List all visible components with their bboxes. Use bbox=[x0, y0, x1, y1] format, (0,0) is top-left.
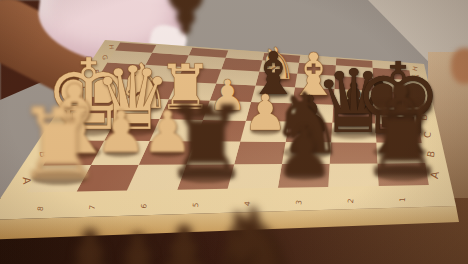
piece-shadow bbox=[375, 166, 430, 181]
piece-shadow bbox=[108, 122, 157, 135]
piece-shadow bbox=[342, 111, 366, 117]
chess-pieces-layer: ♜♝♚♟♛♞♟♜♟♜♟♝♞♟♞♟♝♛♟♜♝♚♟♟♟♞♟ bbox=[0, 0, 468, 264]
piece-shadow bbox=[179, 169, 234, 184]
floating-lifted-piece: ♟ bbox=[158, 0, 214, 40]
piece-shadow bbox=[257, 89, 290, 98]
piece-shadow bbox=[297, 91, 330, 100]
captured-black-pawn-1: ♟ bbox=[47, 219, 133, 264]
piece-shadow bbox=[32, 171, 87, 186]
piece-shadow bbox=[286, 170, 323, 180]
captured-black-knight-4: ♞ bbox=[200, 193, 312, 264]
piece-shadow bbox=[216, 107, 240, 113]
piece-shadow bbox=[48, 145, 101, 159]
chess-photo-scene: 87654321ABCDEFGHABCDEFGH♜♝♚♟♛♞♟♜♟♜♟♝♞♟♞♟… bbox=[0, 0, 468, 264]
piece-shadow bbox=[168, 104, 203, 113]
piece-shadow bbox=[105, 148, 137, 157]
piece-shadow bbox=[373, 145, 426, 159]
captured-black-pawn-3: ♟ bbox=[141, 215, 227, 264]
captured-black-pawn-2: ♟ bbox=[97, 224, 179, 264]
piece-shadow bbox=[126, 103, 161, 112]
piece-shadow bbox=[296, 128, 324, 135]
piece-shadow bbox=[264, 76, 289, 83]
piece-shadow bbox=[370, 125, 425, 140]
piece-shadow bbox=[251, 127, 279, 134]
piece-shadow bbox=[151, 148, 183, 157]
piece-shadow bbox=[283, 146, 331, 159]
